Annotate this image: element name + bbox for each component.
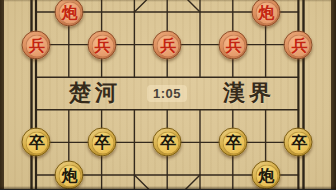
piece-glyph: 炮 [259, 5, 275, 21]
piece-glyph: 卒 [226, 135, 242, 151]
piece-glyph: 兵 [160, 37, 176, 53]
piece-glyph: 兵 [29, 37, 45, 53]
piece-face: 兵 [288, 34, 311, 57]
bottom-edge-shade [0, 186, 336, 189]
piece-face: 炮 [255, 165, 278, 188]
piece-black-soldier[interactable]: 卒 [22, 128, 51, 157]
piece-black-cannon[interactable]: 炮 [54, 161, 83, 190]
piece-red-soldier[interactable]: 兵 [284, 30, 313, 59]
top-edge-shade [0, 0, 336, 2]
piece-face: 兵 [222, 34, 245, 57]
piece-face: 卒 [157, 132, 180, 155]
piece-glyph: 卒 [160, 135, 176, 151]
piece-face: 卒 [222, 132, 245, 155]
piece-glyph: 兵 [95, 37, 111, 53]
piece-black-soldier[interactable]: 卒 [218, 128, 247, 157]
piece-glyph: 卒 [95, 135, 111, 151]
xiangqi-board[interactable]: 楚河 漢界 1:05 炮炮兵兵兵兵兵卒卒卒卒卒炮炮 [0, 0, 336, 189]
piece-black-soldier[interactable]: 卒 [284, 128, 313, 157]
piece-face: 卒 [288, 132, 311, 155]
piece-face: 卒 [26, 132, 49, 155]
piece-glyph: 炮 [259, 168, 275, 184]
piece-face: 兵 [26, 34, 49, 57]
piece-glyph: 兵 [226, 37, 242, 53]
piece-red-cannon[interactable]: 炮 [54, 0, 83, 27]
piece-glyph: 兵 [291, 37, 307, 53]
piece-glyph: 炮 [62, 168, 78, 184]
piece-glyph: 炮 [62, 5, 78, 21]
piece-glyph: 卒 [29, 135, 45, 151]
letterbox-left-band [0, 0, 4, 189]
piece-face: 兵 [157, 34, 180, 57]
piece-black-soldier[interactable]: 卒 [153, 128, 182, 157]
piece-face: 炮 [58, 165, 81, 188]
piece-red-soldier[interactable]: 兵 [218, 30, 247, 59]
piece-red-soldier[interactable]: 兵 [153, 30, 182, 59]
piece-black-cannon[interactable]: 炮 [251, 161, 280, 190]
piece-red-soldier[interactable]: 兵 [87, 30, 116, 59]
piece-face: 炮 [58, 2, 81, 25]
pieces-layer: 炮炮兵兵兵兵兵卒卒卒卒卒炮炮 [0, 0, 336, 189]
piece-red-cannon[interactable]: 炮 [251, 0, 280, 27]
piece-face: 炮 [255, 2, 278, 25]
piece-red-soldier[interactable]: 兵 [22, 30, 51, 59]
piece-face: 卒 [91, 132, 114, 155]
piece-face: 兵 [91, 34, 114, 57]
letterbox-right-band [331, 0, 336, 189]
piece-black-soldier[interactable]: 卒 [87, 128, 116, 157]
piece-glyph: 卒 [291, 135, 307, 151]
